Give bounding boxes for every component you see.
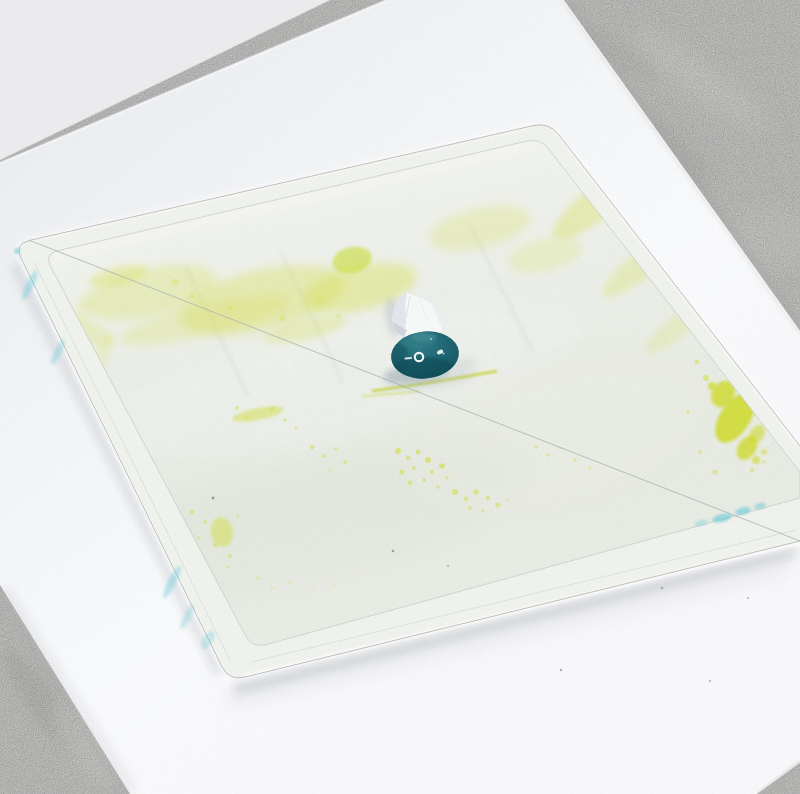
photo-grain xyxy=(0,0,800,794)
photo xyxy=(0,0,800,794)
photo-canvas xyxy=(0,0,800,794)
